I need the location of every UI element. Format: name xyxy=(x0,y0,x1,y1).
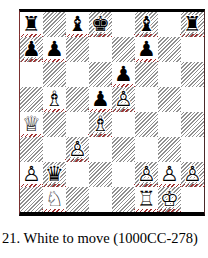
square-e1 xyxy=(112,187,135,212)
white-pawn-e5: ♙ xyxy=(112,87,135,112)
square-a6 xyxy=(20,62,43,87)
square-c6 xyxy=(66,62,89,87)
square-d2 xyxy=(89,162,112,187)
square-b5: ♗ xyxy=(43,87,66,112)
square-a4: ♕ xyxy=(20,112,43,137)
square-c1 xyxy=(66,187,89,212)
square-f3 xyxy=(135,137,158,162)
square-h8: ♜ xyxy=(181,12,204,37)
square-e5: ♙ xyxy=(112,87,135,112)
white-bishop-b5: ♗ xyxy=(43,87,66,112)
white-pawn-g2: ♙ xyxy=(158,162,181,187)
square-d6 xyxy=(89,62,112,87)
square-a2: ♙ xyxy=(20,162,43,187)
square-f1: ♖ xyxy=(135,187,158,212)
square-d1 xyxy=(89,187,112,212)
square-e3 xyxy=(112,137,135,162)
square-a3 xyxy=(20,137,43,162)
square-c2 xyxy=(66,162,89,187)
white-bishop-d4: ♗ xyxy=(89,112,112,137)
square-e7 xyxy=(112,37,135,62)
square-c8: ♝ xyxy=(66,12,89,37)
square-c7 xyxy=(66,37,89,62)
square-c5 xyxy=(66,87,89,112)
square-a8: ♜ xyxy=(20,12,43,37)
square-g6 xyxy=(158,62,181,87)
black-pawn-b7: ♟ xyxy=(43,37,66,62)
square-f5 xyxy=(135,87,158,112)
square-f8: ♝ xyxy=(135,12,158,37)
square-f6 xyxy=(135,62,158,87)
black-bishop-c8: ♝ xyxy=(66,12,89,37)
black-pawn-f7: ♟ xyxy=(135,37,158,62)
white-knight-b1: ♘ xyxy=(43,187,66,212)
chess-board: ♜♝♚♝♜♟♟♟♟♗♟♙♕♗♙♙♛♙♙♙♘♖♔ xyxy=(19,9,205,216)
square-f2: ♙ xyxy=(135,162,158,187)
black-king-d8: ♚ xyxy=(89,12,112,37)
black-rook-h8: ♜ xyxy=(181,12,204,37)
square-b4 xyxy=(43,112,66,137)
square-b1: ♘ xyxy=(43,187,66,212)
square-e4 xyxy=(112,112,135,137)
square-d8: ♚ xyxy=(89,12,112,37)
white-pawn-c3: ♙ xyxy=(66,137,89,162)
white-pawn-a2: ♙ xyxy=(20,162,43,187)
caption: 21. White to move (1000CC-278) xyxy=(2,230,198,247)
square-d3 xyxy=(89,137,112,162)
square-h2: ♙ xyxy=(181,162,204,187)
white-king-g1: ♔ xyxy=(158,187,181,212)
square-g2: ♙ xyxy=(158,162,181,187)
white-queen-a4: ♕ xyxy=(20,112,43,137)
square-h6 xyxy=(181,62,204,87)
square-b8 xyxy=(43,12,66,37)
black-pawn-d5: ♟ xyxy=(89,87,112,112)
square-h7 xyxy=(181,37,204,62)
square-f4 xyxy=(135,112,158,137)
puzzle-page: ♜♝♚♝♜♟♟♟♟♗♟♙♕♗♙♙♛♙♙♙♘♖♔ 21. White to mov… xyxy=(0,0,208,258)
square-e8 xyxy=(112,12,135,37)
black-pawn-e6: ♟ xyxy=(112,62,135,87)
square-h1 xyxy=(181,187,204,212)
square-g8 xyxy=(158,12,181,37)
square-e2 xyxy=(112,162,135,187)
square-c3: ♙ xyxy=(66,137,89,162)
square-a5 xyxy=(20,87,43,112)
square-d4: ♗ xyxy=(89,112,112,137)
white-pawn-f2: ♙ xyxy=(135,162,158,187)
square-a1 xyxy=(20,187,43,212)
square-c4 xyxy=(66,112,89,137)
square-b3 xyxy=(43,137,66,162)
square-h5 xyxy=(181,87,204,112)
square-a7: ♟ xyxy=(20,37,43,62)
black-rook-a8: ♜ xyxy=(20,12,43,37)
square-g4 xyxy=(158,112,181,137)
square-e6: ♟ xyxy=(112,62,135,87)
white-rook-f1: ♖ xyxy=(135,187,158,212)
square-b2: ♛ xyxy=(43,162,66,187)
square-h4 xyxy=(181,112,204,137)
square-d5: ♟ xyxy=(89,87,112,112)
black-pawn-a7: ♟ xyxy=(20,37,43,62)
square-b7: ♟ xyxy=(43,37,66,62)
square-f7: ♟ xyxy=(135,37,158,62)
square-d7 xyxy=(89,37,112,62)
white-pawn-h2: ♙ xyxy=(181,162,204,187)
square-g1: ♔ xyxy=(158,187,181,212)
black-bishop-f8: ♝ xyxy=(135,12,158,37)
square-h3 xyxy=(181,137,204,162)
square-b6 xyxy=(43,62,66,87)
black-queen-b2: ♛ xyxy=(43,162,66,187)
square-g7 xyxy=(158,37,181,62)
square-g3 xyxy=(158,137,181,162)
square-g5 xyxy=(158,87,181,112)
